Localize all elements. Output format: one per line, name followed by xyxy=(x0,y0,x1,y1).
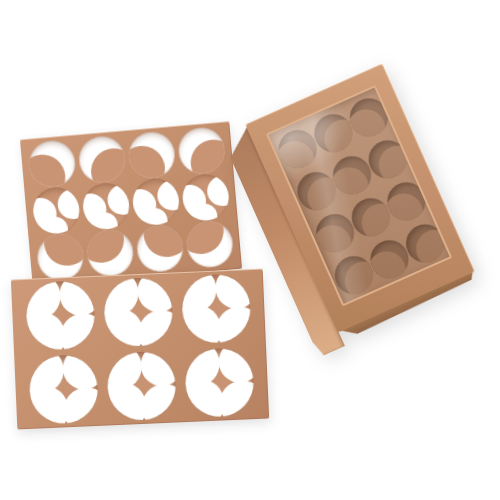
cupcake-insert-12-cavity xyxy=(20,121,242,287)
insert-cavity xyxy=(25,280,96,351)
under-insert-hole xyxy=(156,179,181,212)
under-insert-surface xyxy=(189,138,227,176)
under-insert-hole xyxy=(137,309,173,347)
under-insert-hole xyxy=(57,188,82,221)
under-insert-hole xyxy=(59,280,96,316)
insert-cavity xyxy=(77,134,127,184)
insert-cavity xyxy=(135,224,185,274)
insert-cavity xyxy=(106,351,177,422)
under-insert-surface xyxy=(142,224,185,259)
insert-cavity xyxy=(81,181,131,231)
cavity-inner-crescent xyxy=(410,224,450,269)
under-insert-hole xyxy=(215,306,251,344)
insert-cavity xyxy=(27,139,77,189)
insert-cavity xyxy=(127,130,177,180)
under-insert-hole xyxy=(106,183,131,216)
insert-cavity xyxy=(31,186,81,236)
cupcake-insert-6-cavity xyxy=(11,269,269,430)
under-insert-hole xyxy=(218,380,254,418)
insert-cavity xyxy=(131,177,181,227)
insert-cavity xyxy=(185,219,235,269)
insert-cavity xyxy=(35,232,85,282)
under-insert-surface xyxy=(85,228,126,265)
under-insert-surface xyxy=(89,146,127,184)
under-insert-hole xyxy=(218,347,255,383)
insert-cavity xyxy=(28,354,99,425)
under-insert-hole xyxy=(137,277,174,313)
under-insert-hole xyxy=(59,312,95,350)
under-insert-hole xyxy=(140,351,177,387)
cavity-inner-crescent xyxy=(273,135,320,174)
insert-cavity xyxy=(85,228,135,278)
cavity-inner-crescent xyxy=(373,140,413,185)
insert-cavity xyxy=(181,273,252,344)
under-insert-hole xyxy=(62,354,99,390)
under-insert-surface xyxy=(42,232,85,267)
insert-cavity xyxy=(177,126,227,176)
under-insert-surface xyxy=(185,219,226,256)
under-insert-hole xyxy=(141,383,177,421)
product-photo-scene xyxy=(0,0,500,500)
cavity-inner-crescent xyxy=(310,219,357,258)
insert-cavity xyxy=(184,347,255,418)
under-insert-surface xyxy=(27,153,67,189)
kraft-cupcake-box xyxy=(245,63,475,332)
under-insert-hole xyxy=(215,273,252,309)
under-insert-surface xyxy=(127,144,167,180)
insert-cavity xyxy=(103,277,174,348)
under-insert-hole xyxy=(63,386,99,424)
insert-cavity xyxy=(181,173,231,223)
under-insert-hole xyxy=(206,175,231,208)
